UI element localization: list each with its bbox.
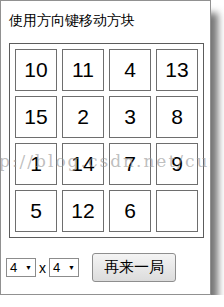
tile-9[interactable]: 9 xyxy=(156,143,198,185)
tile-1[interactable]: 1 xyxy=(15,143,57,185)
empty-cell xyxy=(156,190,198,232)
cols-select[interactable]: 4 ▼ xyxy=(49,258,79,277)
tile-3[interactable]: 3 xyxy=(109,96,151,138)
restart-button[interactable]: 再来一局 xyxy=(92,253,176,282)
size-separator-label: x xyxy=(39,260,46,276)
chevron-down-icon: ▼ xyxy=(25,264,32,271)
tile-14[interactable]: 14 xyxy=(62,143,104,185)
cols-select-value: 4 xyxy=(53,260,60,275)
rows-select[interactable]: 4 ▼ xyxy=(6,258,36,277)
page-title: 使用方向键移动方块 xyxy=(9,11,202,29)
controls-row: 4 ▼ x 4 ▼ 再来一局 xyxy=(6,253,202,282)
tile-10[interactable]: 10 xyxy=(15,49,57,91)
tile-12[interactable]: 12 xyxy=(62,190,104,232)
tile-2[interactable]: 2 xyxy=(62,96,104,138)
tile-4[interactable]: 4 xyxy=(109,49,151,91)
tile-5[interactable]: 5 xyxy=(15,190,57,232)
tile-8[interactable]: 8 xyxy=(156,96,198,138)
tile-13[interactable]: 13 xyxy=(156,49,198,91)
tile-15[interactable]: 15 xyxy=(15,96,57,138)
tile-7[interactable]: 7 xyxy=(109,143,151,185)
screenshot-frame: 使用方向键移动方块 101141315238114795126 p://blog… xyxy=(0,0,211,295)
chevron-down-icon: ▼ xyxy=(68,264,75,271)
puzzle-grid: 101141315238114795126 xyxy=(9,43,204,238)
tile-6[interactable]: 6 xyxy=(109,190,151,232)
tile-11[interactable]: 11 xyxy=(62,49,104,91)
rows-select-value: 4 xyxy=(10,260,17,275)
